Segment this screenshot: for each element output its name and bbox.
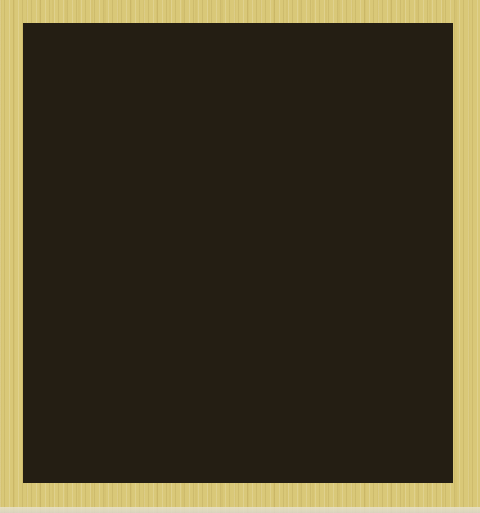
board (23, 23, 453, 483)
board-table-edge (0, 507, 480, 513)
rank-labels (455, 23, 480, 483)
game-screen: { "game": "shogi-variant (9x9 board, dis… (0, 0, 480, 513)
file-labels (23, 0, 453, 23)
